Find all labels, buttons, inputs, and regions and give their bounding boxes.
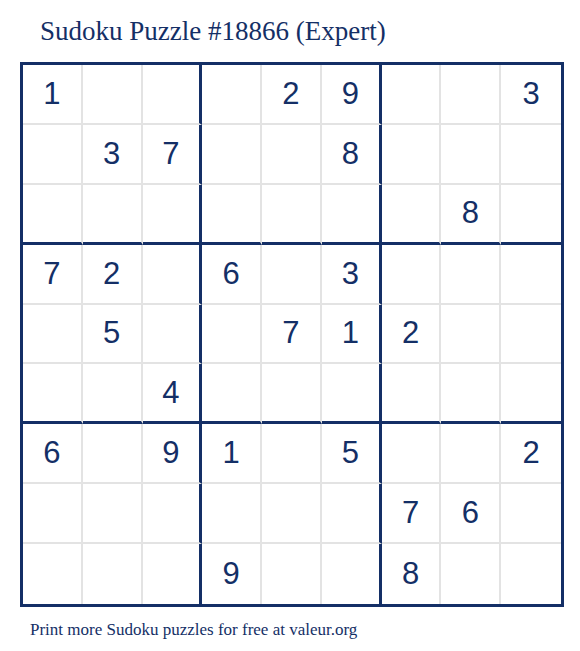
cell-r9c1-empty[interactable]	[23, 544, 83, 604]
cell-r5c5-given[interactable]: 7	[262, 305, 322, 365]
cell-r7c3-given[interactable]: 9	[143, 424, 203, 484]
cell-r7c5-empty[interactable]	[262, 424, 322, 484]
cell-r3c8-given[interactable]: 8	[441, 185, 501, 245]
cell-r1c8-empty[interactable]	[441, 65, 501, 125]
cell-r9c8-empty[interactable]	[441, 544, 501, 604]
cell-r1c3-empty[interactable]	[143, 65, 203, 125]
cell-r6c8-empty[interactable]	[441, 364, 501, 424]
cell-r9c6-empty[interactable]	[322, 544, 382, 604]
cell-r5c9-empty[interactable]	[501, 305, 561, 365]
cell-r8c2-empty[interactable]	[83, 484, 143, 544]
cell-r6c5-empty[interactable]	[262, 364, 322, 424]
cell-r4c6-given[interactable]: 3	[322, 245, 382, 305]
cell-r2c3-given[interactable]: 7	[143, 125, 203, 185]
cell-r3c9-empty[interactable]	[501, 185, 561, 245]
cell-r8c5-empty[interactable]	[262, 484, 322, 544]
page-title: Sudoku Puzzle #18866 (Expert)	[0, 0, 580, 48]
cell-r2c5-empty[interactable]	[262, 125, 322, 185]
cell-r5c4-empty[interactable]	[202, 305, 262, 365]
cell-r6c6-empty[interactable]	[322, 364, 382, 424]
cell-r3c2-empty[interactable]	[83, 185, 143, 245]
cell-r6c9-empty[interactable]	[501, 364, 561, 424]
cell-r3c6-empty[interactable]	[322, 185, 382, 245]
cell-r3c4-empty[interactable]	[202, 185, 262, 245]
cell-r9c7-given[interactable]: 8	[382, 544, 442, 604]
cell-r1c7-empty[interactable]	[382, 65, 442, 125]
cell-r6c3-given[interactable]: 4	[143, 364, 203, 424]
cell-r7c6-given[interactable]: 5	[322, 424, 382, 484]
cell-r9c3-empty[interactable]	[143, 544, 203, 604]
cell-r7c4-given[interactable]: 1	[202, 424, 262, 484]
cell-r3c3-empty[interactable]	[143, 185, 203, 245]
cell-r2c4-empty[interactable]	[202, 125, 262, 185]
cell-r4c8-empty[interactable]	[441, 245, 501, 305]
cell-r9c5-empty[interactable]	[262, 544, 322, 604]
cell-r9c2-empty[interactable]	[83, 544, 143, 604]
sudoku-board: 12933788726357124691527698	[20, 62, 564, 607]
cell-r4c3-empty[interactable]	[143, 245, 203, 305]
cell-r8c8-given[interactable]: 6	[441, 484, 501, 544]
cell-r5c8-empty[interactable]	[441, 305, 501, 365]
cell-r3c1-empty[interactable]	[23, 185, 83, 245]
cell-r2c6-given[interactable]: 8	[322, 125, 382, 185]
cell-r3c5-empty[interactable]	[262, 185, 322, 245]
cell-r6c2-empty[interactable]	[83, 364, 143, 424]
cell-r8c4-empty[interactable]	[202, 484, 262, 544]
footer-text: Print more Sudoku puzzles for free at va…	[30, 620, 580, 640]
cell-r5c2-given[interactable]: 5	[83, 305, 143, 365]
cell-r4c9-empty[interactable]	[501, 245, 561, 305]
cell-r8c7-given[interactable]: 7	[382, 484, 442, 544]
cell-r4c1-given[interactable]: 7	[23, 245, 83, 305]
cell-r9c4-given[interactable]: 9	[202, 544, 262, 604]
cell-r5c1-empty[interactable]	[23, 305, 83, 365]
cell-r6c4-empty[interactable]	[202, 364, 262, 424]
cell-r8c6-empty[interactable]	[322, 484, 382, 544]
cell-r1c5-given[interactable]: 2	[262, 65, 322, 125]
sudoku-page: Sudoku Puzzle #18866 (Expert) 1293378872…	[0, 0, 580, 651]
cell-r8c3-empty[interactable]	[143, 484, 203, 544]
cell-r7c1-given[interactable]: 6	[23, 424, 83, 484]
cell-r4c2-given[interactable]: 2	[83, 245, 143, 305]
cell-r7c7-empty[interactable]	[382, 424, 442, 484]
cell-r8c9-empty[interactable]	[501, 484, 561, 544]
cell-r2c1-empty[interactable]	[23, 125, 83, 185]
cell-r4c4-given[interactable]: 6	[202, 245, 262, 305]
cell-r9c9-empty[interactable]	[501, 544, 561, 604]
cell-r5c6-given[interactable]: 1	[322, 305, 382, 365]
cell-r4c7-empty[interactable]	[382, 245, 442, 305]
cell-r6c1-empty[interactable]	[23, 364, 83, 424]
cell-r1c6-given[interactable]: 9	[322, 65, 382, 125]
cell-r4c5-empty[interactable]	[262, 245, 322, 305]
cell-r5c3-empty[interactable]	[143, 305, 203, 365]
cell-r3c7-empty[interactable]	[382, 185, 442, 245]
cell-r2c2-given[interactable]: 3	[83, 125, 143, 185]
cell-r1c9-given[interactable]: 3	[501, 65, 561, 125]
cell-r6c7-empty[interactable]	[382, 364, 442, 424]
cell-r1c2-empty[interactable]	[83, 65, 143, 125]
cell-r1c4-empty[interactable]	[202, 65, 262, 125]
cell-r2c8-empty[interactable]	[441, 125, 501, 185]
cell-r8c1-empty[interactable]	[23, 484, 83, 544]
cell-r2c9-empty[interactable]	[501, 125, 561, 185]
cell-r1c1-given[interactable]: 1	[23, 65, 83, 125]
cell-r7c2-empty[interactable]	[83, 424, 143, 484]
cell-r5c7-given[interactable]: 2	[382, 305, 442, 365]
cell-r7c9-given[interactable]: 2	[501, 424, 561, 484]
cell-r7c8-empty[interactable]	[441, 424, 501, 484]
cell-r2c7-empty[interactable]	[382, 125, 442, 185]
